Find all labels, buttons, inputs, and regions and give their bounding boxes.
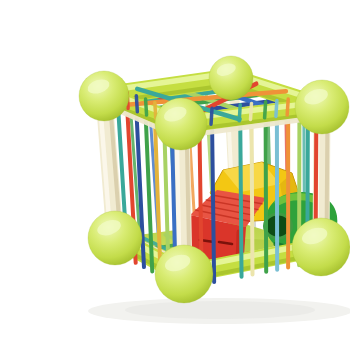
corner-sphere bbox=[292, 218, 350, 276]
band-wrap-right bbox=[211, 108, 212, 124]
band-wrap-left bbox=[146, 99, 147, 115]
elastic-band-right bbox=[266, 116, 267, 272]
band-wrap-right bbox=[251, 104, 252, 120]
elastic-band-right bbox=[212, 122, 214, 282]
corner-sphere bbox=[155, 98, 207, 150]
corner-sphere bbox=[79, 71, 129, 121]
band-wrap-left bbox=[136, 96, 137, 112]
corner-sphere bbox=[295, 80, 349, 134]
ground-shadow bbox=[88, 298, 350, 324]
band-wrap-right bbox=[276, 100, 277, 116]
elastic-band-right bbox=[240, 119, 241, 277]
elastic-band-right bbox=[252, 118, 253, 275]
band-wrap-right bbox=[265, 102, 266, 118]
corner-sphere bbox=[155, 245, 213, 303]
activity-cube-toy bbox=[40, 16, 350, 350]
product-photo: Product photo of a baby activity cube to… bbox=[40, 16, 350, 350]
band-wrap-right bbox=[239, 105, 240, 121]
band-wrap-left bbox=[155, 102, 156, 118]
band-wrap-right bbox=[287, 99, 288, 115]
corner-sphere bbox=[209, 56, 253, 100]
corner-sphere bbox=[88, 211, 142, 265]
drop-shadow-core bbox=[125, 301, 315, 319]
